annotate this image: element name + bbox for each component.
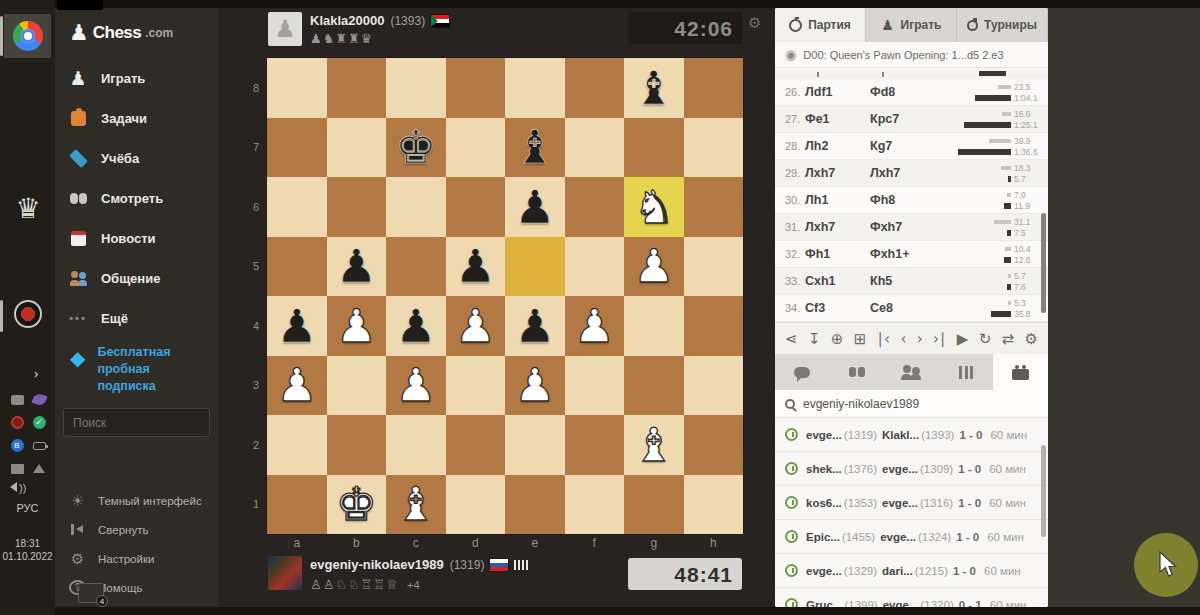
square-h5[interactable] [684,237,744,297]
share-icon[interactable]: ⋖ [785,330,798,348]
square-d2[interactable] [446,415,506,475]
next-icon[interactable]: › [917,330,923,348]
square-c3[interactable]: ♟ [386,356,446,416]
pawn-logo-icon: ♟ [69,22,89,44]
black-pawn[interactable]: ♟ [446,237,506,297]
tab-label: Партия [808,18,851,32]
square-f7[interactable] [565,118,625,178]
sidebar-label: Смотреть [101,191,163,206]
square-b5[interactable]: ♟ [327,237,387,297]
collapse-icon [69,521,86,538]
bottom-player-clock: 48:41 [628,558,742,590]
stats-icon [959,366,973,379]
chesscom-sidebar: ♟ Chess .com ♟ Играть Задачи Учёба Смотр… [55,8,218,607]
game-black-rating: (1324) [918,531,951,543]
game-row[interactable]: kos6...(1353)evge...(1316)1 - 060 мин [775,486,1048,520]
top-player-rating: (1393) [390,14,425,28]
board-settings-gear-icon[interactable]: ⚙ [748,14,761,32]
square-c4[interactable]: ♟ [386,296,446,356]
black-move[interactable]: Кg7 [870,139,935,153]
square-e8[interactable] [505,58,565,118]
game-result: 1 - 0 [958,497,981,509]
move-row[interactable]: 28.Лh2Кg739.91:36.6 [775,133,1048,160]
prev-icon[interactable]: ‹ [900,330,906,348]
white-pawn[interactable]: ♟ [505,356,565,416]
stopwatch-icon [789,19,802,32]
people-icon [68,268,88,288]
bottom-player-name[interactable]: evgeniy-nikolaev1989 [310,557,444,572]
white-pawn[interactable]: ♟ [267,356,327,416]
game-row[interactable]: evge...(1319)Klakl...(1393)1 - 060 мин [775,418,1048,452]
white-pawn[interactable]: ♟ [565,296,625,356]
square-c8[interactable] [386,58,446,118]
game-black-player: evge... [880,531,916,543]
game-area: ♟ Klakla20000 (1393) ♟♞♜♜♛ ⚙ 42:06 87654… [218,8,775,607]
tab-tournaments[interactable]: Турниры [957,8,1048,42]
move-number: 28. [775,140,805,152]
black-pawn[interactable]: ♟ [505,296,565,356]
white-move[interactable]: Лh1 [805,193,870,207]
windows-taskbar: ♛ › ✓ B )) РУС 18:31 01.10.2022 [0,0,55,615]
rank-label-6: 6 [248,177,264,237]
white-move[interactable]: Фh1 [805,247,870,261]
game-result: 1 - 0 [958,463,981,475]
game-row[interactable]: Epic...(1455)evge...(1324)1 - 060 мин [775,520,1048,554]
footer-label: Помощь [98,582,142,594]
desktop-background-strip [1048,0,1200,615]
square-h3[interactable] [684,356,744,416]
sidebar-label: Общение [101,271,160,286]
play-icon[interactable]: ▶ [957,330,969,348]
binoculars-icon [849,367,856,377]
download-icon[interactable]: ↧ [808,330,821,348]
black-move[interactable]: Се8 [870,301,935,315]
move-number: 32. [775,248,805,260]
game-result: 0 - 1 [959,599,982,608]
sidebar-item-puzzles[interactable]: Задачи [55,98,218,138]
subtab-watch[interactable] [830,354,885,390]
square-h4[interactable] [684,296,744,356]
rank-label-5: 5 [248,237,264,297]
contrast-sun-icon: ☀ [69,492,86,509]
game-black-player: dari... [882,565,913,577]
square-c7[interactable]: ♚ [386,118,446,178]
bottom-edge [55,607,1200,615]
black-move[interactable]: Крc7 [870,112,935,126]
square-f6[interactable] [565,177,625,237]
white-move[interactable]: Лxh7 [805,220,870,234]
notification-badge: 4 [96,595,108,607]
black-pawn[interactable]: ♟ [505,177,565,237]
opening-name: D00: Queen's Pawn Opening: 1...d5 2.e3 [803,49,1003,61]
square-a8[interactable] [267,58,327,118]
tab-play[interactable]: ♟ Играть [866,8,957,42]
analysis-icon[interactable]: ⊞ [854,330,867,348]
chess-app-button[interactable]: ♛ [12,192,44,232]
system-tray: ✓ B [6,388,52,480]
move-row[interactable]: 32.Фh1Фxh1+10.412.6 [775,241,1048,268]
active-app-indicator-2 [0,300,3,332]
logo-text: Chess [93,23,142,43]
game-black-rating: (1316) [920,497,953,509]
square-a1[interactable] [267,475,327,535]
puzzle-icon [68,108,88,128]
tab-label: Играть [901,18,942,32]
sidebar-label: Ещё [101,311,128,326]
square-g3[interactable] [624,356,684,416]
wifi-icon[interactable] [33,464,45,473]
gear-icon: ⚙ [69,550,86,567]
move-number: 31. [775,221,805,233]
game-time-control: 60 мин [984,565,1021,577]
square-b7[interactable] [327,118,387,178]
graduation-cap-icon [68,148,88,168]
file-label-g: g [624,536,684,550]
black-bishop[interactable]: ♝ [505,118,565,178]
defender-icon[interactable]: ✓ [33,416,46,429]
square-h1[interactable] [684,475,744,535]
subtab-stats[interactable] [939,354,994,390]
white-pawn[interactable]: ♟ [624,237,684,297]
square-e6[interactable]: ♟ [505,177,565,237]
sidebar-item-learn[interactable]: Учёба [55,138,218,178]
move-list-scrollbar[interactable] [1041,213,1046,313]
move-row[interactable]: 30.Лh1Фh87.011.9 [775,187,1048,214]
square-b3[interactable] [327,356,387,416]
game-white-rating: (1399) [844,599,877,608]
sudan-flag-icon [431,15,449,27]
black-move[interactable]: Фxh1+ [870,247,935,261]
panel-tabs: Партия ♟ Играть Турниры [775,8,1048,42]
square-h6[interactable] [684,177,744,237]
square-d5[interactable]: ♟ [446,237,506,297]
white-pawn[interactable]: ♟ [386,356,446,416]
game-white-player: evge... [806,429,842,441]
sidebar-search-input[interactable] [63,408,210,437]
white-move[interactable]: Лh2 [805,139,870,153]
black-move[interactable]: Кh5 [870,274,935,288]
language-indicator[interactable]: РУС [0,502,55,514]
sidebar-nav: ♟ Играть Задачи Учёба Смотреть Новости [55,58,218,338]
bottom-player-rating: (1319) [450,558,485,572]
square-d1[interactable] [446,475,506,535]
move-time-bars: 5.335.8 [946,297,1038,319]
square-g2[interactable]: ♝ [624,415,684,475]
game-row[interactable]: evge...(1329)dari...(1215)1 - 060 мин [775,554,1048,588]
keyboard-icon[interactable] [11,395,24,405]
settings-icon[interactable]: ⚙ [1024,330,1037,348]
file-labels: abcdefgh [267,536,743,550]
game-black-player: evge... [883,599,919,608]
search-icon [785,399,795,409]
monitor-icon[interactable] [11,464,24,474]
square-c1[interactable]: ♝ [386,475,446,535]
square-c2[interactable] [386,415,446,475]
time-control-icon [785,462,798,475]
game-row[interactable]: shek...(1376)evge...(1309)1 - 060 мин [775,452,1048,486]
medal-icon [967,20,978,31]
square-g6[interactable]: ♞ [624,177,684,237]
square-a4[interactable]: ♟ [267,296,327,356]
settings-button[interactable]: ⚙ Настройки [55,544,218,573]
black-pawn[interactable]: ♟ [386,296,446,356]
move-time-bars: 18.35.7 [946,162,1038,184]
square-f8[interactable] [565,58,625,118]
file-label-a: a [267,536,327,550]
white-move[interactable]: Фе1 [805,112,870,126]
game-white-player: shek... [806,463,842,475]
move-number: 34. [775,302,805,314]
game-white-rating: (1376) [844,463,877,475]
move-number: 26. [775,86,805,98]
square-g8[interactable]: ♝ [624,58,684,118]
screen-recorder-button[interactable] [14,300,42,328]
ellipsis-icon: ••• [68,308,88,328]
white-bishop[interactable]: ♝ [624,415,684,475]
move-number: 29. [775,167,805,179]
square-g7[interactable] [624,118,684,178]
square-d8[interactable] [446,58,506,118]
square-a7[interactable] [267,118,327,178]
sidebar-label: Задачи [101,111,147,126]
top-edge [55,0,1200,8]
square-a6[interactable] [267,177,327,237]
sidebar-item-play[interactable]: ♟ Играть [55,58,218,98]
white-move[interactable]: Лxh7 [805,166,870,180]
game-black-rating: (1309) [920,463,953,475]
game-time-control: 60 мин [989,463,1026,475]
game-black-rating: (1393) [921,429,954,441]
game-white-player: evge... [806,565,842,577]
last-icon[interactable]: ›∣ [933,330,947,348]
game-result: 1 - 0 [959,429,982,441]
black-move[interactable]: Фd8 [870,85,935,99]
square-d6[interactable] [446,177,506,237]
white-pawn[interactable]: ♟ [446,296,506,356]
square-d4[interactable]: ♟ [446,296,506,356]
move-time-bars: 31.17.5 [946,216,1038,238]
game-black-rating: (1320) [921,599,954,608]
square-e1[interactable] [505,475,565,535]
move-row[interactable]: 26.Лdf1Фd823.51:04.1 [775,79,1048,106]
sidebar-item-news[interactable]: Новости [55,218,218,258]
move-number: 30. [775,194,805,206]
file-label-e: e [505,536,565,550]
top-player-bar: ♟ Klakla20000 (1393) ♟♞♜♜♛ [268,12,449,46]
tray-expand-chevron[interactable]: › [34,366,38,381]
chrome-icon [13,21,43,51]
bottom-player-avatar[interactable] [268,556,302,590]
square-g5[interactable]: ♟ [624,237,684,297]
move-number: 27. [775,113,805,125]
game-white-rating: (1353) [844,497,877,509]
feather-icon[interactable] [31,392,47,407]
file-label-c: c [386,536,446,550]
rank-label-2: 2 [248,415,264,475]
flip-icon[interactable]: ⇄ [1002,330,1015,348]
game-black-rating: (1215) [915,565,948,577]
move-row[interactable]: 29.Лxh7Лxh718.35.7 [775,160,1048,187]
file-label-d: d [446,536,506,550]
game-time-control: 60 мин [989,497,1026,509]
move-time-bars: 5.77.6 [946,270,1038,292]
square-f2[interactable] [565,415,625,475]
white-move[interactable]: Лdf1 [805,85,870,99]
material-advantage: +4 [407,579,420,591]
square-e3[interactable]: ♟ [505,356,565,416]
tab-game[interactable]: Партия [775,8,866,42]
friends-icon [903,365,911,373]
time-control-icon [785,598,798,607]
signal-bars-icon [514,560,529,570]
opening-row[interactable]: ◉ D00: Queen's Pawn Opening: 1...d5 2.e3 [775,42,1048,68]
game-black-player: evge... [882,497,918,509]
black-pawn[interactable]: ♟ [267,296,327,356]
diamond-icon: ◆ [70,346,85,395]
white-move[interactable]: Сf3 [805,301,870,315]
square-e2[interactable] [505,415,565,475]
chess-board: ♝♚♝♟♞♟♟♟♟♟♟♟♟♟♟♟♟♝♚♝ [267,58,743,534]
move-time-bars: 23.51:04.1 [946,81,1038,103]
square-g1[interactable] [624,475,684,535]
pawn-icon: ♟ [881,18,895,32]
square-e5[interactable] [505,237,565,297]
white-move[interactable]: Схh1 [805,274,870,288]
bottom-player-bar: evgeniy-nikolaev1989 (1319) ♙♙♘♘♖♖♕ +4 [268,556,529,593]
games-search-row[interactable]: evgeniy-nikolaev1989 [775,390,1048,418]
dark-theme-toggle[interactable]: ☀ Темный интерфейс [55,486,218,515]
white-bishop[interactable]: ♝ [386,475,446,535]
rank-label-1: 1 [248,475,264,535]
square-d3[interactable] [446,356,506,416]
sidebar-label: Учёба [101,151,139,166]
game-white-player: Epic... [806,531,840,543]
sidebar-label: Играть [101,71,145,86]
tab-label: Турниры [984,18,1037,32]
games-list: evge...(1319)Klakl...(1393)1 - 060 минsh… [775,418,1048,607]
panel-subtabs [775,354,1048,390]
games-search-value: evgeniy-nikolaev1989 [803,397,919,411]
square-a5[interactable] [267,237,327,297]
game-white-player: kos6... [806,497,842,509]
games-list-scrollbar[interactable] [1041,445,1046,537]
move-time-bars: 10.412.6 [946,243,1038,265]
square-b2[interactable] [327,415,387,475]
rank-label-7: 7 [248,118,264,178]
square-f4[interactable]: ♟ [565,296,625,356]
file-label-b: b [327,536,387,550]
pawn-icon: ♟ [68,68,88,88]
sidebar-item-watch[interactable]: Смотреть [55,178,218,218]
move-number: 33. [775,275,805,287]
taskbar-time: 18:31 [0,537,55,550]
square-b8[interactable] [327,58,387,118]
record-icon[interactable] [11,416,24,429]
top-player-name[interactable]: Klakla20000 [310,13,384,28]
game-time-control: 60 мин [987,531,1024,543]
game-result: 1 - 0 [953,565,976,577]
black-move[interactable]: Фh8 [870,193,935,207]
move-row[interactable]: 33.Схh1Кh55.77.6 [775,268,1048,295]
square-f1[interactable] [565,475,625,535]
free-trial-link[interactable]: ◆ Бесплатная пробная подписка [55,344,187,395]
file-label-f: f [565,536,625,550]
rank-label-4: 4 [248,296,264,356]
move-row[interactable]: 27.Фе1Крc716.61:25.1 [775,106,1048,133]
active-app-indicator [0,16,3,56]
white-knight[interactable]: ♞ [624,177,684,237]
black-pawn[interactable]: ♟ [327,237,387,297]
square-b4[interactable]: ♟ [327,296,387,356]
time-control-icon [785,530,798,543]
background-window-fragment [57,0,103,10]
volume-icon[interactable]: )) [10,482,26,494]
black-move[interactable]: Фxh7 [870,220,935,234]
notification-center-icon[interactable]: 4 [78,583,104,603]
white-king[interactable]: ♚ [327,475,387,535]
sidebar-item-social[interactable]: Общение [55,258,218,298]
square-f3[interactable] [565,356,625,416]
refresh-icon[interactable]: ↻ [979,330,992,348]
square-c5[interactable] [386,237,446,297]
zoom-icon[interactable]: ⊕ [831,330,844,348]
battery-icon[interactable] [33,442,46,450]
top-player-captured-pieces: ♟♞♜♜♛ [310,31,449,46]
square-g4[interactable] [624,296,684,356]
opening-book-icon: ◉ [785,47,796,62]
chrome-app-button[interactable] [4,14,51,58]
white-pawn[interactable]: ♟ [327,296,387,356]
square-b6[interactable] [327,177,387,237]
collapse-sidebar-button[interactable]: Свернуть [55,515,218,544]
first-icon[interactable]: ∣‹ [877,330,891,348]
time-control-icon [785,428,798,441]
game-time-control: 60 мин [990,429,1027,441]
file-label-h: h [684,536,744,550]
move-row[interactable]: 31.Лxh7Фxh731.17.5 [775,214,1048,241]
square-h7[interactable] [684,118,744,178]
square-e7[interactable]: ♝ [505,118,565,178]
bluetooth-icon[interactable]: B [11,439,24,452]
square-e4[interactable]: ♟ [505,296,565,356]
square-b1[interactable]: ♚ [327,475,387,535]
trial-label: Бесплатная пробная подписка [97,344,187,395]
square-f5[interactable] [565,237,625,297]
subtab-chat[interactable] [775,354,830,390]
square-a2[interactable] [267,415,327,475]
black-bishop[interactable]: ♝ [624,58,684,118]
square-a3[interactable]: ♟ [267,356,327,416]
binoculars-icon [68,188,88,208]
logo-com-text: .com [145,26,173,40]
top-player-avatar[interactable]: ♟ [268,12,302,46]
clock-date[interactable]: 18:31 01.10.2022 [0,537,55,563]
square-d7[interactable] [446,118,506,178]
subtab-friends[interactable] [884,354,939,390]
chesscom-logo[interactable]: ♟ Chess .com [55,8,218,50]
black-king[interactable]: ♚ [386,118,446,178]
game-row[interactable]: Gruc...(1399)evge...(1320)0 - 160 мин [775,588,1048,607]
move-row[interactable]: 34.Сf3Се85.335.8 [775,295,1048,322]
subtab-games[interactable] [993,354,1048,390]
game-black-player: Klakl... [882,429,919,441]
move-time-bars: 16.61:25.1 [946,108,1038,130]
square-c6[interactable] [386,177,446,237]
square-h8[interactable] [684,58,744,118]
black-move[interactable]: Лxh7 [870,166,935,180]
square-h2[interactable] [684,415,744,475]
sidebar-item-more[interactable]: ••• Ещё [55,298,218,338]
